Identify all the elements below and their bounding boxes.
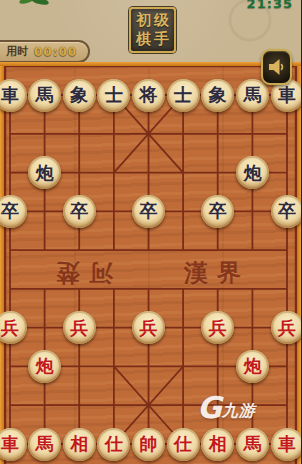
piece-red-soldier[interactable]: 兵 bbox=[132, 311, 165, 344]
leaf-decoration-icon bbox=[18, 0, 52, 9]
speaker-muted-icon bbox=[267, 57, 286, 77]
piece-black-cannon[interactable]: 炮 bbox=[28, 156, 61, 189]
piece-red-rook[interactable]: 車 bbox=[271, 428, 302, 461]
system-clock: 21:35 bbox=[247, 0, 293, 11]
piece-black-soldier[interactable]: 卒 bbox=[201, 195, 234, 228]
rank-badge-line2: 棋手 bbox=[136, 30, 172, 49]
timer-value: 00:00 bbox=[34, 45, 77, 59]
piece-red-cannon[interactable]: 炮 bbox=[236, 350, 269, 383]
piece-black-soldier[interactable]: 卒 bbox=[63, 195, 96, 228]
piece-black-advisor[interactable]: 士 bbox=[97, 79, 130, 112]
piece-black-rook[interactable]: 車 bbox=[0, 79, 27, 112]
river-label-han-jie: 漢界 bbox=[184, 256, 250, 290]
piece-black-advisor[interactable]: 士 bbox=[167, 79, 200, 112]
timer-label: 用时 bbox=[6, 44, 28, 59]
piece-red-horse[interactable]: 馬 bbox=[28, 428, 61, 461]
piece-black-soldier[interactable]: 卒 bbox=[271, 195, 302, 228]
piece-black-elephant[interactable]: 象 bbox=[201, 79, 234, 112]
piece-black-soldier[interactable]: 卒 bbox=[0, 195, 27, 228]
piece-red-soldier[interactable]: 兵 bbox=[63, 311, 96, 344]
rank-badge-line1: 初级 bbox=[136, 11, 172, 30]
piece-black-general[interactable]: 将 bbox=[132, 79, 165, 112]
piece-black-elephant[interactable]: 象 bbox=[63, 79, 96, 112]
xiangqi-app-screen: 21:35 初级 棋手 用时 00:00 楚河 漢界 車馬象士将士象馬車炮炮卒卒… bbox=[0, 0, 301, 464]
piece-red-rook[interactable]: 車 bbox=[0, 428, 27, 461]
piece-red-advisor[interactable]: 仕 bbox=[97, 428, 130, 461]
board-frame-left bbox=[0, 62, 4, 464]
piece-black-cannon[interactable]: 炮 bbox=[236, 156, 269, 189]
piece-red-cannon[interactable]: 炮 bbox=[28, 350, 61, 383]
piece-red-soldier[interactable]: 兵 bbox=[0, 311, 27, 344]
piece-red-advisor[interactable]: 仕 bbox=[167, 428, 200, 461]
jiuyou-watermark-logo: G 九游 bbox=[197, 393, 256, 423]
piece-black-soldier[interactable]: 卒 bbox=[132, 195, 165, 228]
piece-red-soldier[interactable]: 兵 bbox=[271, 311, 302, 344]
piece-red-soldier[interactable]: 兵 bbox=[201, 311, 234, 344]
board-frame-right bbox=[297, 62, 301, 464]
watermark-glyph: G bbox=[197, 393, 222, 423]
piece-black-horse[interactable]: 馬 bbox=[28, 79, 61, 112]
header-bar: 21:35 初级 棋手 用时 00:00 bbox=[0, 0, 301, 62]
piece-red-general[interactable]: 帥 bbox=[132, 428, 165, 461]
move-timer: 用时 00:00 bbox=[0, 40, 90, 63]
piece-red-elephant[interactable]: 相 bbox=[201, 428, 234, 461]
piece-red-elephant[interactable]: 相 bbox=[63, 428, 96, 461]
rank-badge: 初级 棋手 bbox=[129, 7, 176, 53]
piece-red-horse[interactable]: 馬 bbox=[236, 428, 269, 461]
board-frame-top bbox=[0, 62, 301, 66]
river-label-chu-he: 楚河 bbox=[56, 256, 122, 290]
sound-toggle-button[interactable] bbox=[261, 49, 292, 85]
watermark-text: 九游 bbox=[222, 403, 256, 419]
